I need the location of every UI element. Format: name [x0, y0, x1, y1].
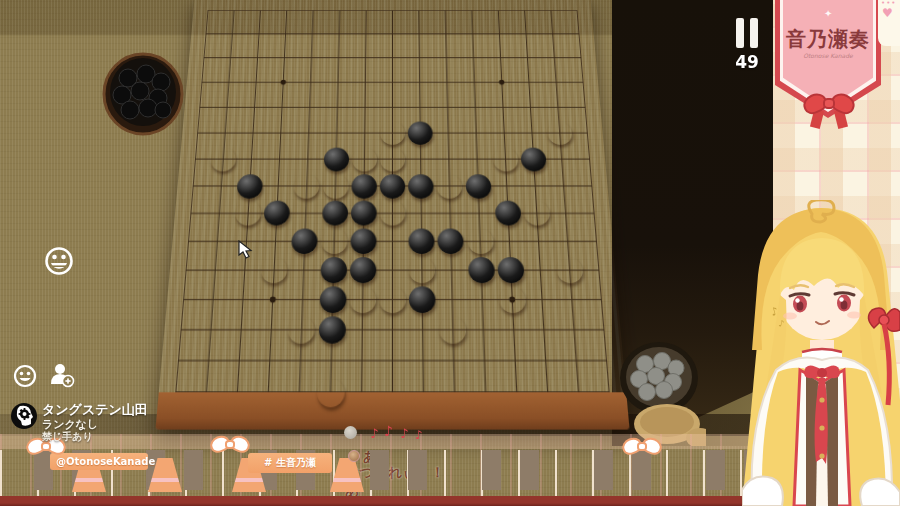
channel-logo-romaji: Otonose Kanade: [775, 52, 881, 59]
smiley-emoji-icon[interactable]: [13, 364, 37, 388]
corner-tab[interactable]: ••• ♥: [878, 0, 900, 46]
black-stone[interactable]: [408, 174, 434, 198]
white-stone[interactable]: [321, 229, 347, 254]
sparkle-icon: ✦: [824, 8, 832, 19]
grin-emoji-icon[interactable]: [44, 246, 74, 276]
handle-sign: @OtonoseKanade: [50, 453, 148, 470]
music-note-icon: ♪: [400, 426, 408, 441]
move-counter: 49: [726, 52, 768, 72]
black-stone[interactable]: [497, 257, 524, 283]
pennant-bow-icon: [800, 92, 860, 130]
music-note-icon: ♪: [370, 426, 378, 441]
rule-setting-label: 禁じ手あり: [42, 430, 93, 444]
black-stone[interactable]: [468, 257, 495, 283]
white-stone[interactable]: [322, 174, 348, 198]
black-stone[interactable]: [409, 286, 436, 313]
white-stone[interactable]: [380, 121, 405, 144]
black-stone[interactable]: [465, 174, 491, 198]
black-stone[interactable]: [318, 316, 345, 343]
white-stone[interactable]: [380, 147, 405, 171]
white-stone[interactable]: [498, 286, 526, 313]
black-stone[interactable]: [380, 174, 405, 198]
chat-avatar: [348, 450, 360, 462]
black-stone[interactable]: [319, 286, 346, 313]
black-stone[interactable]: [320, 257, 347, 283]
mouse-cursor: [238, 240, 254, 260]
music-note-icon: ♪: [415, 428, 423, 442]
ai-head-gear-icon[interactable]: [10, 400, 38, 432]
pause-icon[interactable]: [734, 18, 760, 48]
piano-frame-bar: [0, 496, 778, 506]
stream-screen: 49 タングステン山田 ランクなし 禁じ手あり: [0, 0, 900, 506]
white-stone[interactable]: [492, 147, 518, 171]
white-stone[interactable]: [467, 229, 494, 254]
channel-logo-kanji: 音乃瀬奏: [775, 26, 881, 53]
white-stone[interactable]: [379, 286, 406, 313]
white-stone[interactable]: [349, 286, 376, 313]
white-stone[interactable]: [316, 378, 344, 407]
paw-heart-icon: ♥: [882, 6, 893, 20]
go-board[interactable]: [155, 0, 629, 430]
black-stone[interactable]: [350, 229, 376, 254]
avatar: [344, 426, 357, 439]
go-grid[interactable]: [175, 10, 609, 392]
music-note-icon: ♪: [384, 423, 393, 439]
black-stone-bowl: [102, 52, 184, 136]
add-person-icon[interactable]: [49, 362, 75, 390]
vtuber-avatar: ♪ ♪: [742, 200, 900, 506]
black-stone[interactable]: [323, 147, 349, 171]
hashtag-sign: # 生音乃瀬: [248, 453, 332, 473]
black-stone[interactable]: [351, 174, 377, 198]
black-stone[interactable]: [408, 121, 433, 144]
black-stone[interactable]: [350, 257, 377, 283]
white-stone[interactable]: [352, 147, 377, 171]
